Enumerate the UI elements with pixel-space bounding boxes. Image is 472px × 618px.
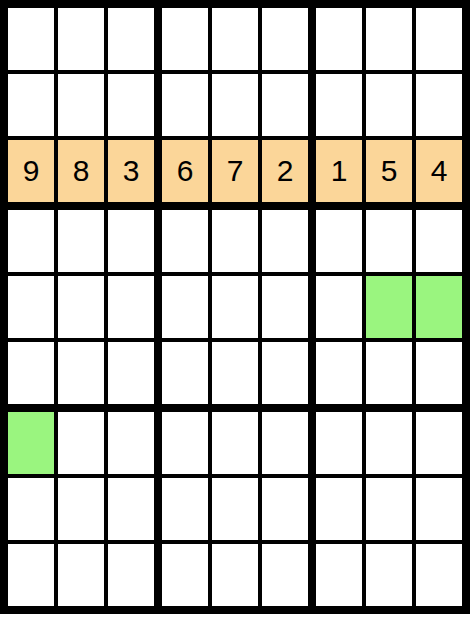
sudoku-cell[interactable] [416,544,462,606]
sudoku-cell[interactable] [58,544,104,606]
sudoku-cell[interactable] [416,74,462,136]
sudoku-cell[interactable]: 8 [58,140,104,202]
sudoku-cell[interactable] [316,342,362,404]
sudoku-board: 983672154 [0,0,470,614]
sudoku-box: 154 [316,8,462,202]
sudoku-cell[interactable] [162,412,208,474]
sudoku-cell[interactable] [162,478,208,540]
sudoku-cell[interactable] [8,342,54,404]
sudoku-cell[interactable] [108,8,154,70]
sudoku-cell[interactable] [262,8,308,70]
sudoku-cell[interactable] [8,544,54,606]
sudoku-cell[interactable] [212,210,258,272]
sudoku-cell[interactable]: 1 [316,140,362,202]
sudoku-cell[interactable] [162,544,208,606]
sudoku-cell[interactable] [58,478,104,540]
sudoku-cell[interactable] [316,74,362,136]
sudoku-cell[interactable] [262,544,308,606]
sudoku-cell[interactable] [212,8,258,70]
sudoku-cell[interactable] [58,74,104,136]
sudoku-cell[interactable] [8,276,54,338]
sudoku-cell[interactable] [416,8,462,70]
sudoku-box [316,412,462,606]
sudoku-cell[interactable] [212,412,258,474]
sudoku-cell[interactable] [262,342,308,404]
sudoku-cell[interactable] [416,210,462,272]
sudoku-cell[interactable] [366,276,412,338]
sudoku-cell[interactable] [162,210,208,272]
sudoku-cell[interactable] [366,544,412,606]
sudoku-cell[interactable] [316,276,362,338]
sudoku-cell[interactable] [108,544,154,606]
sudoku-cell[interactable] [366,342,412,404]
sudoku-cell[interactable] [416,276,462,338]
sudoku-cell[interactable] [162,74,208,136]
sudoku-cell[interactable] [58,276,104,338]
sudoku-cell[interactable]: 3 [108,140,154,202]
sudoku-cell[interactable] [212,276,258,338]
sudoku-cell[interactable]: 5 [366,140,412,202]
sudoku-cell[interactable] [58,8,104,70]
sudoku-cell[interactable] [262,276,308,338]
sudoku-cell[interactable] [416,412,462,474]
sudoku-cell[interactable] [8,210,54,272]
sudoku-cell[interactable] [316,8,362,70]
sudoku-cell[interactable]: 7 [212,140,258,202]
sudoku-cell[interactable] [212,478,258,540]
sudoku-cell[interactable] [262,412,308,474]
sudoku-cell[interactable]: 4 [416,140,462,202]
sudoku-cell[interactable] [8,74,54,136]
sudoku-cell[interactable] [8,478,54,540]
sudoku-cell[interactable] [212,544,258,606]
sudoku-box: 672 [162,8,308,202]
sudoku-cell[interactable] [416,478,462,540]
sudoku-cell[interactable] [262,478,308,540]
sudoku-box [8,210,154,404]
sudoku-box [316,210,462,404]
sudoku-cell[interactable] [316,544,362,606]
sudoku-box: 983 [8,8,154,202]
sudoku-box [162,210,308,404]
sudoku-cell[interactable]: 6 [162,140,208,202]
sudoku-cell[interactable] [262,210,308,272]
sudoku-cell[interactable] [108,74,154,136]
sudoku-cell[interactable] [366,412,412,474]
sudoku-cell[interactable] [58,342,104,404]
sudoku-cell[interactable] [162,8,208,70]
sudoku-cell[interactable] [366,210,412,272]
sudoku-cell[interactable] [212,342,258,404]
sudoku-cell[interactable] [108,342,154,404]
sudoku-cell[interactable] [262,74,308,136]
sudoku-cell[interactable] [316,478,362,540]
sudoku-box [162,412,308,606]
sudoku-cell[interactable] [316,412,362,474]
sudoku-cell[interactable] [316,210,362,272]
sudoku-box [8,412,154,606]
sudoku-cell[interactable] [108,478,154,540]
sudoku-cell[interactable] [108,276,154,338]
sudoku-cell[interactable] [366,74,412,136]
sudoku-cell[interactable] [416,342,462,404]
sudoku-cell[interactable] [8,412,54,474]
sudoku-cell[interactable] [366,478,412,540]
sudoku-cell[interactable] [366,8,412,70]
sudoku-cell[interactable] [108,412,154,474]
sudoku-cell[interactable] [58,210,104,272]
sudoku-cell[interactable] [162,276,208,338]
sudoku-cell[interactable]: 2 [262,140,308,202]
sudoku-cell[interactable]: 9 [8,140,54,202]
sudoku-cell[interactable] [8,8,54,70]
sudoku-cell[interactable] [108,210,154,272]
sudoku-cell[interactable] [58,412,104,474]
sudoku-cell[interactable] [212,74,258,136]
sudoku-cell[interactable] [162,342,208,404]
